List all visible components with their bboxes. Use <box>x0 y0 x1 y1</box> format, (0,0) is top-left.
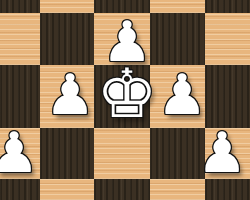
square-a7[interactable] <box>0 0 40 13</box>
white-pawn-e4[interactable]: ♟ <box>190 121 250 185</box>
white-pawn-d5[interactable]: ♟ <box>150 63 214 127</box>
square-b7[interactable] <box>40 0 94 13</box>
square-a6[interactable] <box>0 13 40 65</box>
square-a5[interactable] <box>0 65 40 128</box>
white-pawn-a4[interactable]: ♟ <box>0 121 46 185</box>
square-b3[interactable] <box>40 179 94 200</box>
square-e7[interactable] <box>205 0 250 13</box>
white-pawn-b5[interactable]: ♟ <box>38 63 102 127</box>
square-c4[interactable] <box>94 128 150 179</box>
chess-board: ♟♟♚♟♟♟ <box>0 0 250 200</box>
screenshot-stage: ♟♟♚♟♟♟ <box>0 0 250 200</box>
square-b4[interactable] <box>40 128 94 179</box>
square-e6[interactable] <box>205 13 250 65</box>
square-b6[interactable] <box>40 13 94 65</box>
square-c3[interactable] <box>94 179 150 200</box>
